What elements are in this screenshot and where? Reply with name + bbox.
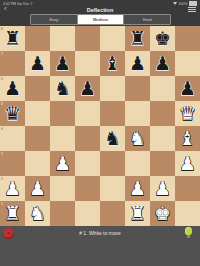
page-title: Deflection — [0, 7, 200, 13]
square-d6[interactable]: ♟ — [75, 76, 100, 101]
tab-medium[interactable]: Medium — [78, 15, 125, 24]
square-g1[interactable]: ♚ — [150, 201, 175, 226]
square-b4[interactable] — [25, 126, 50, 151]
lightbulb-icon — [185, 227, 192, 235]
square-g4[interactable] — [150, 126, 175, 151]
square-f7[interactable]: ♟ — [125, 51, 150, 76]
square-d5[interactable] — [75, 101, 100, 126]
piece-black-rook[interactable]: ♜ — [125, 26, 150, 51]
square-b6[interactable] — [25, 76, 50, 101]
square-e6[interactable] — [100, 76, 125, 101]
square-h8[interactable] — [175, 26, 200, 51]
piece-black-pawn[interactable]: ♟ — [25, 51, 50, 76]
piece-white-queen[interactable]: ♛ — [175, 101, 200, 126]
square-g2[interactable]: ♟ — [150, 176, 175, 201]
square-a6[interactable]: 6♟ — [0, 76, 25, 101]
square-g5[interactable] — [150, 101, 175, 126]
square-e3[interactable] — [100, 151, 125, 176]
square-c4[interactable] — [50, 126, 75, 151]
chess-tactics-app: 4:02 PM Sat Dec 7 100% ‹ Deflection Easy… — [0, 0, 200, 266]
square-b5[interactable] — [25, 101, 50, 126]
square-g3[interactable] — [150, 151, 175, 176]
square-c6[interactable]: ♞ — [50, 76, 75, 101]
bottom-bar: ✕ # 1. White to move — [0, 226, 200, 266]
rank-label-4: 4 — [1, 127, 3, 131]
piece-white-knight[interactable]: ♞ — [25, 201, 50, 226]
status-time: 4:02 PM Sat Dec 7 — [3, 2, 32, 6]
square-c7[interactable]: ♟ — [50, 51, 75, 76]
piece-black-knight[interactable]: ♞ — [100, 126, 125, 151]
square-c3[interactable]: ♟ — [50, 151, 75, 176]
square-f2[interactable]: ♟ — [125, 176, 150, 201]
square-h1[interactable] — [175, 201, 200, 226]
square-c2[interactable] — [50, 176, 75, 201]
piece-black-rook[interactable]: ♜ — [0, 26, 25, 51]
move-status: # 1. White to move — [0, 230, 200, 237]
square-h3[interactable]: ♟ — [175, 151, 200, 176]
tab-hard[interactable]: Hard — [124, 15, 170, 24]
piece-white-king[interactable]: ♚ — [150, 201, 175, 226]
piece-black-pawn[interactable]: ♟ — [150, 51, 175, 76]
piece-black-bishop[interactable]: ♝ — [100, 51, 125, 76]
square-f3[interactable] — [125, 151, 150, 176]
piece-white-pawn[interactable]: ♟ — [0, 176, 25, 201]
piece-black-knight[interactable]: ♞ — [50, 76, 75, 101]
piece-white-pawn[interactable]: ♟ — [125, 176, 150, 201]
square-c1[interactable] — [50, 201, 75, 226]
square-a3[interactable]: 3 — [0, 151, 25, 176]
piece-white-pawn[interactable]: ♟ — [175, 151, 200, 176]
square-d4[interactable] — [75, 126, 100, 151]
tab-easy[interactable]: Easy — [31, 15, 78, 24]
square-b7[interactable]: ♟ — [25, 51, 50, 76]
square-e4[interactable]: ♞ — [100, 126, 125, 151]
menu-button[interactable] — [188, 7, 196, 13]
piece-white-pawn[interactable]: ♟ — [150, 176, 175, 201]
square-e2[interactable] — [100, 176, 125, 201]
square-a7[interactable]: 7 — [0, 51, 25, 76]
square-d7[interactable] — [75, 51, 100, 76]
square-d8[interactable] — [75, 26, 100, 51]
square-a5[interactable]: 5♛ — [0, 101, 25, 126]
square-b3[interactable] — [25, 151, 50, 176]
square-h5[interactable]: ♛ — [175, 101, 200, 126]
wifi-icon — [173, 2, 177, 5]
square-c5[interactable] — [50, 101, 75, 126]
square-a8[interactable]: 8♜ — [0, 26, 25, 51]
rank-label-7: 7 — [1, 52, 3, 56]
square-d3[interactable] — [75, 151, 100, 176]
piece-white-pawn[interactable]: ♟ — [50, 151, 75, 176]
piece-black-pawn[interactable]: ♟ — [50, 51, 75, 76]
piece-white-knight[interactable]: ♞ — [125, 126, 150, 151]
hint-lightbulb-button[interactable] — [184, 227, 192, 240]
piece-black-queen[interactable]: ♛ — [0, 101, 25, 126]
square-b8[interactable] — [25, 26, 50, 51]
piece-white-rook[interactable]: ♜ — [125, 201, 150, 226]
square-d1[interactable] — [75, 201, 100, 226]
square-a4[interactable]: 4 — [0, 126, 25, 151]
piece-white-bishop[interactable]: ♝ — [175, 126, 200, 151]
square-a1[interactable]: 1♜ — [0, 201, 25, 226]
square-e7[interactable]: ♝ — [100, 51, 125, 76]
square-h2[interactable] — [175, 176, 200, 201]
chess-board[interactable]: 8♜♜♚7♟♟♝♟♟6♟♞♟♟5♛♛4♞♞♝3♟♟2♟♟♟♟1♜♞♜♚ — [0, 26, 200, 226]
square-a2[interactable]: 2♟ — [0, 176, 25, 201]
square-f1[interactable]: ♜ — [125, 201, 150, 226]
square-h6[interactable]: ♟ — [175, 76, 200, 101]
square-g8[interactable]: ♚ — [150, 26, 175, 51]
square-e5[interactable] — [100, 101, 125, 126]
square-g6[interactable] — [150, 76, 175, 101]
square-h7[interactable] — [175, 51, 200, 76]
rank-label-3: 3 — [1, 152, 3, 156]
difficulty-segmented-control: Easy Medium Hard — [30, 14, 171, 25]
piece-black-pawn[interactable]: ♟ — [0, 76, 25, 101]
nav-bar: ‹ Deflection — [0, 6, 200, 14]
piece-black-king[interactable]: ♚ — [150, 26, 175, 51]
square-e8[interactable] — [100, 26, 125, 51]
square-d2[interactable] — [75, 176, 100, 201]
square-f8[interactable]: ♜ — [125, 26, 150, 51]
square-b1[interactable]: ♞ — [25, 201, 50, 226]
square-c8[interactable] — [50, 26, 75, 51]
square-h4[interactable]: ♝ — [175, 126, 200, 151]
piece-black-pawn[interactable]: ♟ — [125, 51, 150, 76]
piece-black-pawn[interactable]: ♟ — [75, 76, 100, 101]
battery-percent: 100% — [179, 2, 188, 6]
square-g7[interactable]: ♟ — [150, 51, 175, 76]
square-f4[interactable]: ♞ — [125, 126, 150, 151]
square-f5[interactable] — [125, 101, 150, 126]
square-e1[interactable] — [100, 201, 125, 226]
piece-white-rook[interactable]: ♜ — [0, 201, 25, 226]
square-b2[interactable]: ♟ — [25, 176, 50, 201]
header: 4:02 PM Sat Dec 7 100% ‹ Deflection Easy… — [0, 0, 200, 26]
piece-black-pawn[interactable]: ♟ — [175, 76, 200, 101]
piece-white-pawn[interactable]: ♟ — [25, 176, 50, 201]
square-f6[interactable] — [125, 76, 150, 101]
